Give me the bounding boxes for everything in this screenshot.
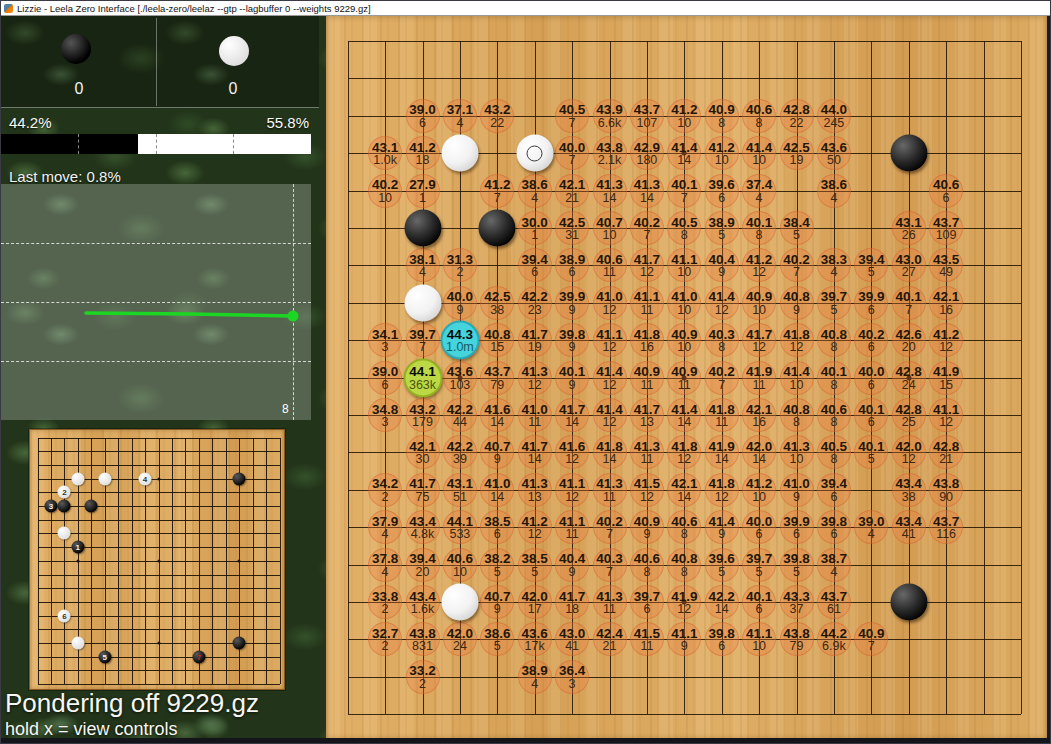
sub-black-stone xyxy=(233,472,246,485)
sub-grid-line xyxy=(226,438,227,685)
sub-grid-line xyxy=(253,438,254,685)
visit-count: 8 xyxy=(718,117,725,130)
white-stone[interactable] xyxy=(404,284,441,321)
visit-count: 6.6k xyxy=(598,117,622,130)
visit-count: 4 xyxy=(531,191,538,204)
sub-white-stone xyxy=(71,472,84,485)
visit-count: 9 xyxy=(793,491,800,504)
visit-count: 9 xyxy=(569,378,576,391)
visit-count: 14 xyxy=(565,416,579,429)
visit-count: 6.9k xyxy=(822,640,846,653)
visit-count: 25 xyxy=(902,416,916,429)
visit-count: 5 xyxy=(494,640,501,653)
grid-line xyxy=(348,714,1021,715)
visit-count: 11 xyxy=(566,528,579,541)
visit-count: 38 xyxy=(902,491,916,504)
visit-count: 8 xyxy=(643,565,650,578)
visit-count: 7 xyxy=(643,229,650,242)
sub-grid-line xyxy=(38,670,280,671)
visit-count: 7 xyxy=(569,154,576,167)
visit-count: 31 xyxy=(565,229,579,242)
visit-count: 10 xyxy=(752,154,766,167)
visit-count: 8 xyxy=(830,378,837,391)
visit-count: 24 xyxy=(902,378,916,391)
visit-count: 107 xyxy=(636,117,657,130)
visit-count: 3 xyxy=(569,678,576,691)
visit-count: 12 xyxy=(565,491,579,504)
visit-count: 5 xyxy=(830,304,837,317)
sub-white-stone: 6 xyxy=(58,609,71,622)
visit-count: 9 xyxy=(569,341,576,354)
sub-star-point xyxy=(157,559,160,562)
sub-grid-line xyxy=(280,438,281,685)
visit-count: 18 xyxy=(416,154,430,167)
visit-count: 4 xyxy=(756,191,763,204)
sub-grid-line xyxy=(185,438,186,685)
visit-count: 12 xyxy=(715,491,729,504)
visit-count: 12 xyxy=(677,603,691,616)
visit-count: 6 xyxy=(793,528,800,541)
visit-count: 7 xyxy=(681,191,688,204)
black-stone[interactable] xyxy=(404,210,441,247)
visit-count: 1.0m xyxy=(446,341,474,354)
sub-grid-line xyxy=(199,438,200,685)
visit-count: 831 xyxy=(412,640,433,653)
visit-count: 7 xyxy=(569,117,576,130)
winrate-bar-tick-75 xyxy=(233,134,234,154)
visit-count: 4 xyxy=(830,191,837,204)
visit-count: 6 xyxy=(868,416,875,429)
black-capture-count: 0 xyxy=(75,80,84,98)
visit-count: 14 xyxy=(528,453,542,466)
app-icon xyxy=(4,4,13,13)
sub-grid-line xyxy=(38,602,280,603)
window-right-edge xyxy=(1047,16,1050,743)
status-pondering: Pondering off 9229.gz xyxy=(5,688,259,719)
visit-count: 8 xyxy=(830,341,837,354)
visit-count: 7 xyxy=(606,565,613,578)
visit-count: 9 xyxy=(681,640,688,653)
visit-count: 9 xyxy=(569,565,576,578)
sub-white-stone: 2 xyxy=(58,486,71,499)
visit-count: 14 xyxy=(715,603,729,616)
visit-count: 6 xyxy=(756,603,763,616)
winrate-graph[interactable]: 8 xyxy=(1,184,311,420)
visit-count: 6 xyxy=(756,528,763,541)
black-stone[interactable] xyxy=(890,584,927,621)
visit-count: 14 xyxy=(603,191,617,204)
visit-count: 4 xyxy=(868,528,875,541)
sub-grid-line xyxy=(38,616,280,617)
visit-count: 11 xyxy=(715,416,728,429)
visit-count: 11 xyxy=(640,304,653,317)
visit-count: 22 xyxy=(490,117,504,130)
winrate-bar-tick-25 xyxy=(78,134,79,154)
visit-count: 15 xyxy=(939,378,953,391)
visit-count: 6 xyxy=(830,491,837,504)
visit-count: 19 xyxy=(790,154,804,167)
visit-count: 15 xyxy=(490,341,504,354)
visit-count: 9 xyxy=(718,266,725,279)
visit-count: 13 xyxy=(528,491,542,504)
visit-count: 7 xyxy=(718,378,725,391)
visit-count: 61 xyxy=(827,603,841,616)
visit-count: 4 xyxy=(830,565,837,578)
sub-grid-line xyxy=(38,588,280,589)
visit-count: 18 xyxy=(565,603,579,616)
visit-count: 2 xyxy=(382,491,389,504)
capture-panel: 0 0 xyxy=(1,16,319,108)
visit-count: 79 xyxy=(790,640,804,653)
visit-count: 12 xyxy=(939,341,953,354)
white-stone[interactable] xyxy=(441,584,478,621)
white-winrate-label: 55.8% xyxy=(266,114,309,131)
visit-count: 2 xyxy=(456,266,463,279)
status-hint: hold x = view controls xyxy=(5,719,178,740)
visit-count: 21 xyxy=(939,453,953,466)
visit-count: 6 xyxy=(643,603,650,616)
visit-count: 4 xyxy=(531,678,538,691)
visit-count: 8 xyxy=(681,229,688,242)
sub-black-stone xyxy=(58,500,71,513)
visit-count: 14 xyxy=(640,191,654,204)
winrate-bar-tick-50 xyxy=(156,134,157,154)
visit-count: 6 xyxy=(494,528,501,541)
visit-count: 16 xyxy=(752,416,766,429)
visit-count: 5 xyxy=(756,565,763,578)
visit-count: 180 xyxy=(636,154,657,167)
visit-count: 21 xyxy=(603,640,617,653)
visit-count: 14 xyxy=(752,453,766,466)
visit-count: 17k xyxy=(525,640,545,653)
visit-count: 10 xyxy=(790,453,804,466)
visit-count: 12 xyxy=(565,453,579,466)
visit-count: 21 xyxy=(565,191,579,204)
visit-count: 16 xyxy=(939,304,953,317)
visit-count: 6 xyxy=(943,191,950,204)
visit-count: 6 xyxy=(868,378,875,391)
visit-count: 179 xyxy=(412,416,433,429)
visit-count: 13 xyxy=(640,416,654,429)
visit-count: 9 xyxy=(643,528,650,541)
sub-star-point xyxy=(76,559,79,562)
white-stone[interactable] xyxy=(441,135,478,172)
visit-count: 14 xyxy=(490,491,504,504)
capture-divider xyxy=(156,18,157,106)
visit-count: 245 xyxy=(823,117,844,130)
visit-count: 41 xyxy=(902,528,916,541)
content-area: 39.0637.1443.22240.5743.96.6k43.710741.2… xyxy=(1,16,1050,743)
visit-count: 10 xyxy=(715,154,729,167)
sub-black-stone: 3 xyxy=(44,500,57,513)
visit-count: 14 xyxy=(715,453,729,466)
visit-count: 7 xyxy=(905,304,912,317)
visit-count: 1.6k xyxy=(411,603,435,616)
visit-count: 38 xyxy=(490,304,504,317)
visit-count: 5 xyxy=(494,565,501,578)
visit-count: 26 xyxy=(902,229,916,242)
visit-count: 6 xyxy=(569,266,576,279)
move-number-label: 1 xyxy=(76,543,80,552)
visit-count: 20 xyxy=(416,565,430,578)
visit-count: 12 xyxy=(752,341,766,354)
grid-line xyxy=(984,41,985,714)
sub-grid-line xyxy=(266,438,267,685)
sub-grid-line xyxy=(212,438,213,685)
visit-count: 22 xyxy=(790,117,804,130)
move-number-label: 5 xyxy=(103,652,107,661)
visit-count: 9 xyxy=(793,304,800,317)
visit-count: 103 xyxy=(449,378,470,391)
visit-count: 8 xyxy=(681,565,688,578)
visit-count: 3 xyxy=(382,341,389,354)
visit-count: 14 xyxy=(677,491,691,504)
visit-count: 1.0k xyxy=(373,154,397,167)
visit-count: 6 xyxy=(531,266,538,279)
sub-grid-line xyxy=(38,657,280,658)
visit-count: 10 xyxy=(752,304,766,317)
visit-count: 6 xyxy=(419,117,426,130)
visit-count: 5 xyxy=(531,565,538,578)
visit-count: 9 xyxy=(718,528,725,541)
sub-white-stone: 4 xyxy=(139,472,152,485)
visit-count: 11 xyxy=(678,378,691,391)
visit-count: 9 xyxy=(569,304,576,317)
visit-count: 39 xyxy=(453,453,467,466)
visit-count: 109 xyxy=(936,229,957,242)
visit-count: 8 xyxy=(756,117,763,130)
visit-count: 8 xyxy=(830,453,837,466)
visit-count: 20 xyxy=(902,341,916,354)
move-number-label: 7 xyxy=(197,652,201,661)
grid-line xyxy=(348,677,1021,678)
visit-count: 2 xyxy=(419,678,426,691)
winrate-bar-black xyxy=(1,134,138,154)
visit-count: 2 xyxy=(382,640,389,653)
visit-count: 6 xyxy=(718,640,725,653)
visit-count: 7 xyxy=(494,191,501,204)
visit-count: 12 xyxy=(603,378,617,391)
white-stone[interactable] xyxy=(516,135,553,172)
move-number-label: 4 xyxy=(143,474,147,483)
visit-count: 1 xyxy=(531,229,538,242)
visit-count: 2.1k xyxy=(598,154,622,167)
visit-count: 11 xyxy=(528,416,541,429)
visit-count: 5 xyxy=(868,453,875,466)
visit-count: 12 xyxy=(939,416,953,429)
sub-grid-line xyxy=(38,575,280,576)
visit-count: 11 xyxy=(640,453,653,466)
visit-count: 5 xyxy=(718,229,725,242)
black-stone[interactable] xyxy=(479,210,516,247)
visit-count: 19 xyxy=(528,341,542,354)
sub-black-stone: 1 xyxy=(71,541,84,554)
visit-count: 5 xyxy=(793,565,800,578)
visit-count: 12 xyxy=(603,416,617,429)
black-stone[interactable] xyxy=(890,135,927,172)
visit-count: 10 xyxy=(677,266,691,279)
visit-count: 1 xyxy=(419,191,426,204)
visit-count: 7 xyxy=(868,640,875,653)
black-capture-stone-icon xyxy=(61,34,91,64)
sub-black-stone xyxy=(233,637,246,650)
winrate-bar xyxy=(1,134,311,154)
sub-white-stone xyxy=(71,637,84,650)
visit-count: 6 xyxy=(868,341,875,354)
visit-count: 6 xyxy=(830,528,837,541)
visit-count: 44 xyxy=(453,416,467,429)
sub-white-stone xyxy=(98,472,111,485)
visit-count: 8 xyxy=(718,341,725,354)
black-winrate-label: 44.2% xyxy=(9,114,52,131)
visit-count: 4 xyxy=(830,266,837,279)
sub-star-point xyxy=(238,559,241,562)
visit-count: 51 xyxy=(453,491,467,504)
visit-count: 79 xyxy=(490,378,504,391)
visit-count: 37 xyxy=(790,603,804,616)
visit-count: 6 xyxy=(868,304,875,317)
visit-count: 12 xyxy=(603,304,617,317)
variation-board[interactable]: 4231657 xyxy=(29,429,285,690)
visit-count: 12 xyxy=(640,491,654,504)
visit-count: 4 xyxy=(456,117,463,130)
visit-count: 5 xyxy=(868,266,875,279)
visit-count: 10 xyxy=(677,304,691,317)
window-title: Lizzie - Leela Zero Interface [./leela-z… xyxy=(17,3,371,14)
visit-count: 10 xyxy=(453,565,467,578)
visit-count: 12 xyxy=(752,266,766,279)
visit-count: 41 xyxy=(565,640,579,653)
sub-grid-line xyxy=(172,438,173,685)
main-go-board[interactable]: 39.0637.1443.22240.5743.96.6k43.710741.2… xyxy=(326,16,1047,739)
visit-count: 533 xyxy=(449,528,470,541)
visit-count: 4 xyxy=(382,565,389,578)
visit-count: 14 xyxy=(490,416,504,429)
visit-count: 50 xyxy=(827,154,841,167)
visit-count: 10 xyxy=(677,341,691,354)
visit-count: 7 xyxy=(419,341,426,354)
visit-count: 10 xyxy=(752,640,766,653)
visit-count: 17 xyxy=(528,603,542,616)
visit-count: 12 xyxy=(640,266,654,279)
title-bar[interactable]: Lizzie - Leela Zero Interface [./leela-z… xyxy=(1,1,1050,16)
visit-count: 6 xyxy=(718,191,725,204)
visit-count: 14 xyxy=(677,416,691,429)
visit-count: 12 xyxy=(715,304,729,317)
visit-count: 8 xyxy=(830,416,837,429)
visit-count: 10 xyxy=(677,117,691,130)
lizzie-window: Lizzie - Leela Zero Interface [./leela-z… xyxy=(0,0,1051,744)
visit-count: 90 xyxy=(939,491,953,504)
visit-count: 9 xyxy=(494,603,501,616)
visit-count: 9 xyxy=(456,304,463,317)
visit-count: 75 xyxy=(416,491,430,504)
sub-grid-line xyxy=(38,629,280,630)
visit-count: 14 xyxy=(677,154,691,167)
move-number-label: 6 xyxy=(62,611,66,620)
visit-count: 11 xyxy=(603,491,616,504)
sub-black-stone: 7 xyxy=(192,650,205,663)
white-capture-stone-icon xyxy=(219,36,249,66)
sub-star-point xyxy=(157,642,160,645)
sub-black-stone xyxy=(85,500,98,513)
visit-count: 12 xyxy=(902,453,916,466)
visit-count: 8 xyxy=(756,229,763,242)
visit-count: 12 xyxy=(790,341,804,354)
visit-count: 5 xyxy=(793,229,800,242)
sub-star-point xyxy=(157,477,160,480)
visit-count: 12 xyxy=(603,341,617,354)
winrate-curve xyxy=(1,184,311,420)
visit-count: 10 xyxy=(752,491,766,504)
visit-count: 10 xyxy=(378,191,392,204)
visit-count: 23 xyxy=(528,304,542,317)
visit-count: 11 xyxy=(640,640,653,653)
move-number-label: 2 xyxy=(62,488,66,497)
visit-count: 12 xyxy=(528,378,542,391)
visit-count: 24 xyxy=(453,640,467,653)
visit-count: 2 xyxy=(382,603,389,616)
sub-black-stone: 5 xyxy=(98,650,111,663)
sub-white-stone xyxy=(58,527,71,540)
move-number-label: 3 xyxy=(49,502,53,511)
visit-count: 11 xyxy=(753,378,766,391)
visit-count: 8 xyxy=(681,528,688,541)
white-capture-count: 0 xyxy=(229,80,238,98)
visit-count: 10 xyxy=(603,229,617,242)
visit-count: 116 xyxy=(936,528,956,541)
visit-count: 5 xyxy=(718,565,725,578)
visit-count: 4 xyxy=(419,266,426,279)
graph-move-number: 8 xyxy=(282,402,289,416)
visit-count: 6 xyxy=(382,378,389,391)
visit-count: 11 xyxy=(640,378,653,391)
visit-count: 9 xyxy=(494,453,501,466)
visit-count: 4.8k xyxy=(411,528,435,541)
visit-count: 7 xyxy=(793,266,800,279)
grid-line xyxy=(1021,41,1022,714)
last-move-label: Last move: 0.8% xyxy=(9,168,121,185)
visit-count: 12 xyxy=(677,453,691,466)
sub-grid-line xyxy=(38,684,280,685)
visit-count: 49 xyxy=(939,266,953,279)
visit-count: 30 xyxy=(416,453,430,466)
visit-count: 8 xyxy=(793,416,800,429)
last-move-marker xyxy=(527,145,543,161)
visit-count: 12 xyxy=(528,528,542,541)
visit-count: 27 xyxy=(902,266,916,279)
visit-count: 363k xyxy=(409,378,436,391)
visit-count: 11 xyxy=(603,266,616,279)
visit-count: 16 xyxy=(640,341,654,354)
visit-count: 3 xyxy=(382,416,389,429)
visit-count: 14 xyxy=(603,453,617,466)
visit-count: 4 xyxy=(382,528,389,541)
window-bottom-edge xyxy=(1,738,1050,743)
visit-count: 10 xyxy=(790,378,804,391)
visit-count: 11 xyxy=(603,603,616,616)
visit-count: 7 xyxy=(606,528,613,541)
